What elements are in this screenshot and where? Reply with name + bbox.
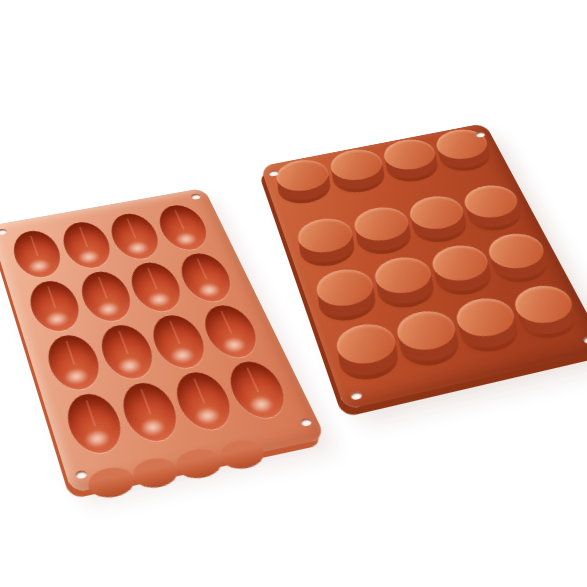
oval-dome-bump bbox=[508, 281, 579, 328]
silicone-mold-top-view bbox=[0, 188, 326, 493]
oval-cavity bbox=[42, 331, 107, 393]
oval-cavity bbox=[222, 358, 294, 423]
product-photo bbox=[0, 0, 587, 587]
oval-dome-bump bbox=[369, 253, 437, 298]
oval-dome-bump bbox=[391, 306, 462, 355]
oval-cavity bbox=[152, 202, 214, 253]
oval-dome-bump bbox=[431, 126, 493, 163]
oval-dome-bump bbox=[349, 203, 414, 245]
oval-cavity bbox=[174, 250, 239, 305]
oval-cavity bbox=[94, 321, 160, 382]
oval-cavity bbox=[146, 311, 213, 372]
oval-dome-bump bbox=[326, 146, 388, 184]
oval-cavity bbox=[75, 268, 138, 325]
oval-dome-bump bbox=[379, 136, 441, 174]
oval-dome-bump bbox=[331, 319, 402, 369]
oval-dome-bump bbox=[458, 181, 524, 222]
oval-cavity bbox=[125, 259, 189, 315]
oval-cavity bbox=[8, 228, 67, 281]
oval-dome-bump bbox=[311, 265, 379, 311]
oval-dome-bump bbox=[426, 241, 494, 285]
oval-cavity bbox=[169, 368, 239, 434]
oval-cavity bbox=[61, 390, 129, 458]
oval-cavity bbox=[57, 219, 117, 272]
oval-dome-bump bbox=[450, 294, 521, 342]
oval-dome-bump bbox=[293, 214, 358, 257]
oval-dome-bump bbox=[404, 192, 469, 233]
oval-dome-bump bbox=[482, 229, 550, 273]
oval-cavity bbox=[115, 379, 184, 446]
oval-cavity bbox=[197, 302, 265, 362]
oval-cavity bbox=[105, 210, 166, 262]
oval-dome-bump bbox=[272, 156, 334, 195]
cavity-grid bbox=[0, 188, 326, 493]
oval-cavity bbox=[24, 277, 86, 334]
